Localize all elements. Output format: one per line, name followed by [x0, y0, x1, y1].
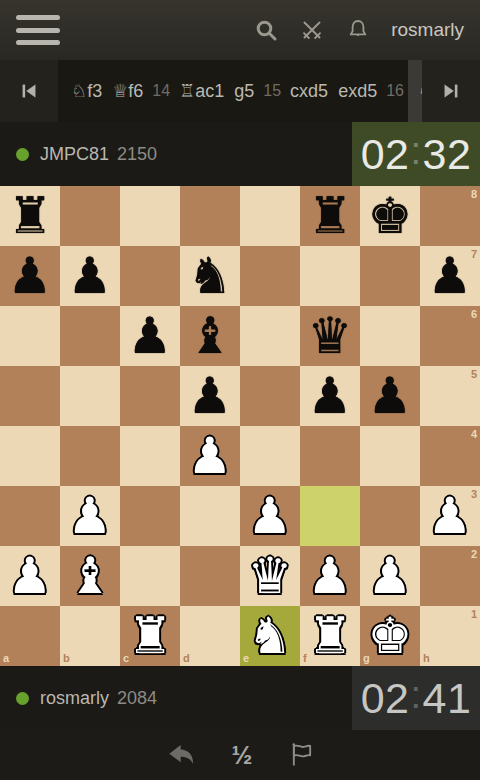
move-token[interactable]: ♕f6: [107, 60, 148, 122]
coord-rank-4: 4: [471, 429, 477, 440]
online-dot: [16, 692, 29, 705]
player-top-rating: 2150: [117, 144, 157, 165]
player-bottom-clock: 02:41: [352, 666, 480, 730]
piece-white-queen[interactable]: ♛: [240, 546, 300, 606]
piece-black-king[interactable]: ♚: [360, 186, 420, 246]
square-c3[interactable]: [120, 486, 180, 546]
coord-rank-5: 5: [471, 369, 477, 380]
piece-white-pawn[interactable]: ♟: [360, 546, 420, 606]
clock-minutes: 02: [361, 130, 410, 179]
square-c8[interactable]: [120, 186, 180, 246]
square-b7[interactable]: ♟: [60, 246, 120, 306]
square-g7[interactable]: [360, 246, 420, 306]
square-b3[interactable]: ♟: [60, 486, 120, 546]
square-d2[interactable]: [180, 546, 240, 606]
clock-minutes: 02: [361, 674, 410, 723]
square-d4[interactable]: ♟: [180, 426, 240, 486]
coord-rank-1: 1: [471, 609, 477, 620]
piece-white-pawn[interactable]: ♟: [60, 486, 120, 546]
square-g4[interactable]: [360, 426, 420, 486]
coord-rank-6: 6: [471, 309, 477, 320]
skip-to-start-icon[interactable]: [0, 60, 58, 122]
coord-file-h: h: [423, 653, 430, 664]
square-e5[interactable]: [240, 366, 300, 426]
player-bottom-rating: 2084: [117, 688, 157, 709]
square-g5[interactable]: ♟: [360, 366, 420, 426]
square-e6[interactable]: [240, 306, 300, 366]
square-h2[interactable]: 2: [420, 546, 480, 606]
move-token[interactable]: ♘f3: [66, 60, 107, 122]
square-h5[interactable]: 5: [420, 366, 480, 426]
menu-icon[interactable]: [16, 15, 60, 45]
square-b6[interactable]: [60, 306, 120, 366]
square-f2[interactable]: ♟: [300, 546, 360, 606]
clock-seconds: 32: [423, 130, 472, 179]
square-e2[interactable]: ♛: [240, 546, 300, 606]
skip-to-end-icon[interactable]: [422, 60, 480, 122]
square-a8[interactable]: ♜: [0, 186, 60, 246]
square-a5[interactable]: [0, 366, 60, 426]
square-c5[interactable]: [120, 366, 180, 426]
player-top-clock: 02:32: [352, 122, 480, 186]
square-a3[interactable]: [0, 486, 60, 546]
square-c6[interactable]: ♟: [120, 306, 180, 366]
move-token[interactable]: ♖ac1: [174, 60, 229, 122]
piece-black-queen[interactable]: ♛: [300, 306, 360, 366]
square-h6[interactable]: 6: [420, 306, 480, 366]
search-icon[interactable]: [253, 17, 279, 43]
coord-file-f: f: [303, 653, 307, 664]
square-e3[interactable]: ♟: [240, 486, 300, 546]
coord-rank-2: 2: [471, 549, 477, 560]
challenge-swords-icon[interactable]: [299, 17, 325, 43]
square-b5[interactable]: [60, 366, 120, 426]
coord-file-c: c: [123, 653, 129, 664]
square-e7[interactable]: [240, 246, 300, 306]
clock-seconds: 41: [423, 674, 472, 723]
takeback-undo-icon[interactable]: [164, 739, 196, 771]
square-f5[interactable]: ♟: [300, 366, 360, 426]
username[interactable]: rosmarly: [391, 19, 464, 41]
coord-file-b: b: [63, 653, 70, 664]
notifications-bell-icon[interactable]: [345, 17, 371, 43]
move-token[interactable]: exd5: [333, 60, 382, 122]
square-f1[interactable]: ♜f: [300, 606, 360, 666]
square-e4[interactable]: [240, 426, 300, 486]
player-bottom-bar: rosmarly 2084 02:41: [0, 666, 480, 730]
square-b8[interactable]: [60, 186, 120, 246]
square-d7[interactable]: ♞: [180, 246, 240, 306]
piece-black-rook[interactable]: ♜: [0, 186, 60, 246]
square-h1[interactable]: 1h: [420, 606, 480, 666]
square-e8[interactable]: [240, 186, 300, 246]
square-f8[interactable]: ♜: [300, 186, 360, 246]
move-number: 16: [382, 60, 408, 122]
offer-draw-button[interactable]: ½: [232, 741, 253, 770]
player-top-name[interactable]: JMPC81: [40, 144, 109, 165]
move-token[interactable]: cxd5: [285, 60, 333, 122]
move-number: 15: [259, 60, 285, 122]
piece-black-pawn[interactable]: ♟: [180, 366, 240, 426]
piece-white-rook[interactable]: ♜: [300, 606, 360, 666]
piece-black-pawn[interactable]: ♟: [360, 366, 420, 426]
piece-white-bishop[interactable]: ♝: [60, 546, 120, 606]
coord-file-d: d: [183, 653, 190, 664]
square-h7[interactable]: ♟7: [420, 246, 480, 306]
coord-rank-7: 7: [471, 249, 477, 260]
top-app-bar: rosmarly: [0, 0, 480, 60]
square-a7[interactable]: ♟: [0, 246, 60, 306]
square-d3[interactable]: [180, 486, 240, 546]
move-bar: ♘f3♕f614♖ac1g515cxd5exd516♘e1: [0, 60, 480, 122]
square-g6[interactable]: [360, 306, 420, 366]
square-d5[interactable]: ♟: [180, 366, 240, 426]
coord-file-e: e: [243, 653, 249, 664]
chess-board[interactable]: ♜♜♚8♟♟♞♟7♟♝♛6♟♟♟5♟4♟♟♟3♟♝♛♟♟2ab♜cd♞e♜f♚g…: [0, 186, 480, 666]
coord-file-g: g: [363, 653, 370, 664]
square-d6[interactable]: ♝: [180, 306, 240, 366]
square-e1[interactable]: ♞e: [240, 606, 300, 666]
square-g3[interactable]: [360, 486, 420, 546]
square-f7[interactable]: [300, 246, 360, 306]
piece-black-pawn[interactable]: ♟: [60, 246, 120, 306]
piece-black-bishop[interactable]: ♝: [180, 306, 240, 366]
square-c2[interactable]: [120, 546, 180, 606]
square-b2[interactable]: ♝: [60, 546, 120, 606]
square-d1[interactable]: d: [180, 606, 240, 666]
move-number: 14: [148, 60, 174, 122]
player-top-bar: JMPC81 2150 02:32: [0, 122, 480, 186]
piece-white-pawn[interactable]: ♟: [300, 546, 360, 606]
piece-white-pawn[interactable]: ♟: [240, 486, 300, 546]
square-f6[interactable]: ♛: [300, 306, 360, 366]
square-h4[interactable]: 4: [420, 426, 480, 486]
square-d8[interactable]: [180, 186, 240, 246]
online-dot: [16, 148, 29, 161]
square-b1[interactable]: b: [60, 606, 120, 666]
piece-black-pawn[interactable]: ♟: [0, 246, 60, 306]
move-token[interactable]: g5: [229, 60, 259, 122]
piece-black-rook[interactable]: ♜: [300, 186, 360, 246]
coord-rank-8: 8: [471, 189, 477, 200]
square-g1[interactable]: ♚g: [360, 606, 420, 666]
square-f3[interactable]: [300, 486, 360, 546]
move-list: ♘f3♕f614♖ac1g515cxd5exd516♘e1: [58, 60, 422, 122]
square-h3[interactable]: ♟3: [420, 486, 480, 546]
player-bottom-name[interactable]: rosmarly: [40, 688, 109, 709]
square-c7[interactable]: [120, 246, 180, 306]
coord-file-a: a: [3, 653, 9, 664]
piece-white-pawn[interactable]: ♟: [180, 426, 240, 486]
piece-white-pawn[interactable]: ♟: [0, 546, 60, 606]
square-a4[interactable]: [0, 426, 60, 486]
game-action-bar: ½: [0, 730, 480, 780]
piece-black-pawn[interactable]: ♟: [300, 366, 360, 426]
square-c4[interactable]: [120, 426, 180, 486]
square-a6[interactable]: [0, 306, 60, 366]
move-token-current[interactable]: ♘e1: [408, 60, 422, 122]
square-g8[interactable]: ♚: [360, 186, 420, 246]
square-f4[interactable]: [300, 426, 360, 486]
square-b4[interactable]: [60, 426, 120, 486]
clock-separator: :: [409, 674, 422, 717]
chess-game-screen: rosmarly ♘f3♕f614♖ac1g515cxd5exd516♘e1 J…: [0, 0, 480, 780]
piece-black-knight[interactable]: ♞: [180, 246, 240, 306]
square-c1[interactable]: ♜c: [120, 606, 180, 666]
resign-flag-icon[interactable]: [288, 741, 316, 769]
coord-rank-3: 3: [471, 489, 477, 500]
square-a2[interactable]: ♟: [0, 546, 60, 606]
clock-separator: :: [409, 130, 422, 173]
square-a1[interactable]: a: [0, 606, 60, 666]
square-h8[interactable]: 8: [420, 186, 480, 246]
square-g2[interactable]: ♟: [360, 546, 420, 606]
piece-black-pawn[interactable]: ♟: [120, 306, 180, 366]
